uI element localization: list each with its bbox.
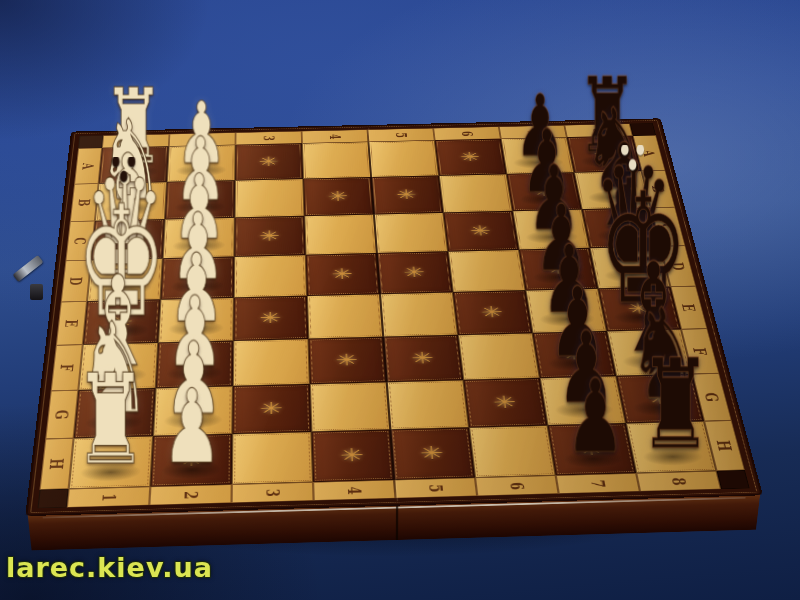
square-motif-icon: ✳ [378,264,451,280]
square-e6[interactable]: ✳ [453,290,533,335]
square-d4[interactable]: ✳ [306,253,380,296]
rank-label-text: 5 [425,484,447,493]
square-d3[interactable] [234,255,307,298]
border-corner [37,489,68,509]
square-f5[interactable]: ✳ [383,335,463,382]
square-g3[interactable]: ✳ [232,384,311,434]
rank-label-text: 2 [180,490,202,499]
square-a2[interactable] [167,145,236,182]
rank-label-text: 7 [524,129,542,135]
square-d6[interactable] [448,250,526,292]
rank-label-text: 8 [589,128,607,134]
square-f3[interactable] [233,339,310,386]
square-motif-icon: ✳ [372,187,442,202]
square-motif-icon: ✳ [312,445,393,465]
square-a4[interactable] [302,142,371,179]
square-b3[interactable] [235,179,305,218]
rank-label-5: 5 [394,478,477,499]
square-e5[interactable] [380,292,458,337]
square-b2[interactable]: ✳ [165,180,235,219]
square-motif-icon: ✳ [304,189,373,204]
square-c4[interactable] [304,214,377,255]
square-h5[interactable]: ✳ [390,427,475,479]
chess-board: 12345678A✳✳✳✳AB✳✳✳✳BC✳✳✳✳CD✳✳✳✳DE✳✳✳✳EF✳… [28,119,761,514]
file-label-text: H [45,458,68,470]
rank-label-text: 8 [667,477,690,485]
square-h4[interactable]: ✳ [311,430,394,482]
rank-label-4: 4 [313,480,395,501]
rank-label-2: 2 [149,484,231,505]
piece-white-rook-h1[interactable]: ♜ [73,357,147,481]
square-motif-icon: ✳ [569,147,638,161]
square-motif-icon: ✳ [234,309,308,326]
rank-label-3: 3 [232,482,314,503]
square-motif-icon: ✳ [392,443,474,463]
square-motif-icon: ✳ [508,184,579,199]
square-motif-icon: ✳ [384,349,461,367]
square-b7[interactable]: ✳ [507,172,582,211]
rank-label-text: 3 [260,135,277,141]
square-g6[interactable]: ✳ [463,378,547,427]
square-e4[interactable] [307,294,383,339]
perspective-scene: 12345678A✳✳✳✳AB✳✳✳✳BC✳✳✳✳CD✳✳✳✳DE✳✳✳✳EF✳… [0,0,800,600]
rank-label-text: 7 [586,479,609,487]
square-b4[interactable]: ✳ [303,177,374,216]
square-h6[interactable] [469,425,556,477]
square-c6[interactable]: ✳ [443,211,519,251]
border-corner [717,470,750,489]
rank-label-text: 2 [194,137,211,143]
square-motif-icon: ✳ [235,154,303,168]
rank-label-text: 4 [343,486,365,495]
file-label-text: A [639,150,659,157]
square-motif-icon: ✳ [166,192,235,207]
square-a7[interactable] [501,137,574,174]
rank-label-6: 6 [475,475,559,496]
rank-label-text: 6 [458,131,476,137]
file-label-text: G [51,409,74,419]
photo-scene: 12345678A✳✳✳✳AB✳✳✳✳BC✳✳✳✳CD✳✳✳✳DE✳✳✳✳EF✳… [0,0,800,600]
watermark: larec.kiev.ua [6,552,213,583]
square-motif-icon: ✳ [454,304,530,321]
rank-label-7: 7 [556,473,640,494]
square-c3[interactable]: ✳ [234,216,305,257]
file-label-text: H [712,440,736,452]
square-a6[interactable]: ✳ [435,139,507,176]
square-motif-icon: ✳ [445,223,517,238]
rank-label-text: 3 [262,488,283,497]
square-e3[interactable]: ✳ [233,296,308,341]
metal-clasp-base [30,284,43,300]
piece-white-pawn-h2[interactable]: ♟ [161,377,221,479]
piece-black-rook-h8[interactable]: ♜ [638,342,711,465]
rank-label-text: 4 [326,134,343,140]
square-b5[interactable]: ✳ [371,176,443,215]
rank-label-text: 1 [98,493,120,502]
rank-label-1: 1 [67,487,150,508]
square-motif-icon: ✳ [309,351,386,369]
rank-label-text: 6 [506,481,528,490]
file-label-H: H [40,438,74,489]
square-b6[interactable] [439,174,513,213]
square-motif-icon: ✳ [306,266,379,282]
square-motif-icon: ✳ [233,399,311,418]
piece-black-pawn-h7[interactable]: ♟ [565,367,625,469]
rank-label-text: 5 [392,132,410,138]
square-a5[interactable] [368,140,438,177]
square-a3[interactable]: ✳ [235,143,303,180]
square-g5[interactable] [387,380,469,430]
square-f6[interactable] [458,333,540,380]
rank-label-text: 1 [127,138,145,144]
square-motif-icon: ✳ [436,150,505,164]
square-c5[interactable] [374,213,448,254]
square-motif-icon: ✳ [465,393,545,412]
square-g4[interactable] [310,382,390,432]
square-h3[interactable] [232,432,313,485]
square-d5[interactable]: ✳ [377,251,453,294]
rank-label-8: 8 [636,471,721,492]
square-motif-icon: ✳ [234,228,305,244]
square-f4[interactable]: ✳ [308,337,386,384]
